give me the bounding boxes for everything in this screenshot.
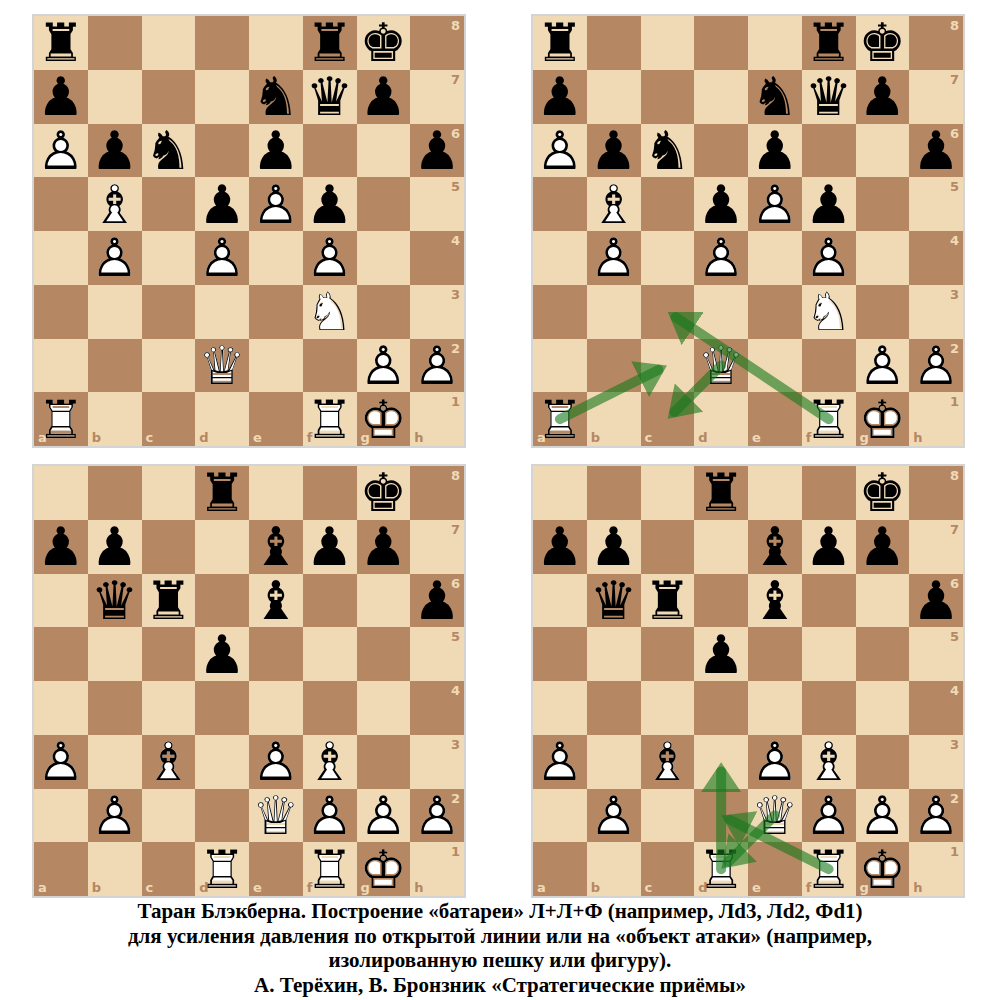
black-king-piece: ♚ (856, 466, 910, 520)
white-pawn-piece: ♟♙ (34, 124, 88, 178)
square-b5: ♝♗ (587, 177, 641, 231)
square-b7 (88, 70, 142, 124)
square-a3: ♟♙ (34, 735, 88, 789)
square-f4 (802, 681, 856, 735)
square-f7: ♟ (303, 520, 357, 574)
black-pawn-piece: ♟ (195, 177, 249, 231)
piece-glyph: ♝ (751, 520, 799, 573)
square-g2: ♟♙ (357, 789, 411, 843)
square-g2: ♟♙ (856, 339, 910, 393)
square-c7 (142, 520, 196, 574)
white-bishop-piece: ♝♗ (303, 735, 357, 789)
piece-glyph: ♟ (805, 178, 853, 231)
black-rook-piece: ♜ (694, 466, 748, 520)
black-pawn-piece: ♟ (303, 520, 357, 574)
piece-outline: ♘ (306, 285, 354, 338)
black-bishop-piece: ♝ (249, 520, 303, 574)
square-b8 (587, 16, 641, 70)
black-pawn-piece: ♟ (856, 520, 910, 574)
white-rook-piece: ♜♖ (195, 842, 249, 896)
piece-glyph: ♟ (91, 124, 139, 177)
piece-outline: ♕ (198, 339, 246, 392)
piece-outline: ♕ (697, 339, 745, 392)
square-g7: ♟ (856, 520, 910, 574)
piece-outline: ♗ (91, 178, 139, 231)
square-d7 (694, 70, 748, 124)
square-b4: ♟♙ (88, 231, 142, 285)
piece-glyph: ♝ (751, 574, 799, 627)
caption-line-1: Таран Блэкберна. Построение «батареи» Л+… (0, 899, 1000, 924)
piece-glyph: ♟ (859, 520, 907, 573)
square-f7: ♛ (802, 70, 856, 124)
square-a7: ♟ (34, 70, 88, 124)
square-c8 (641, 466, 695, 520)
black-pawn-piece: ♟ (88, 124, 142, 178)
square-h5: 5 (410, 627, 464, 681)
square-g4 (357, 681, 411, 735)
rank-label-4: 4 (451, 234, 460, 247)
black-bishop-piece: ♝ (249, 574, 303, 628)
square-e7: ♝ (249, 520, 303, 574)
black-pawn-piece: ♟ (694, 627, 748, 681)
square-a2 (34, 339, 88, 393)
piece-glyph: ♞ (751, 70, 799, 123)
piece-glyph: ♟ (252, 124, 300, 177)
square-h5: 5 (410, 177, 464, 231)
black-pawn-piece: ♟ (587, 124, 641, 178)
black-knight-piece: ♞ (142, 124, 196, 178)
white-pawn-piece: ♟♙ (249, 735, 303, 789)
white-queen-piece: ♛♕ (748, 789, 802, 843)
chessboard-top-left: ♜♜♚8♟♞♛♟7♟♙♟♞♟♟6♝♗♟♟♙♟5♟♙♟♙♟♙4♞♘3♛♕♟♙♟♙2… (34, 16, 464, 446)
black-pawn-piece: ♟ (357, 70, 411, 124)
square-h7: 7 (410, 520, 464, 574)
square-b8 (88, 466, 142, 520)
black-pawn-piece: ♟ (249, 124, 303, 178)
piece-glyph: ♟ (751, 124, 799, 177)
square-h1: h1 (410, 392, 464, 446)
white-rook-piece: ♜♖ (303, 392, 357, 446)
square-c6: ♜ (641, 574, 695, 628)
file-label-e: e (752, 431, 761, 444)
black-queen-piece: ♛ (88, 574, 142, 628)
square-b3 (587, 285, 641, 339)
square-f5 (802, 627, 856, 681)
file-label-c: c (645, 431, 653, 444)
square-e4 (748, 681, 802, 735)
piece-glyph: ♛ (590, 574, 638, 627)
black-rook-piece: ♜ (802, 16, 856, 70)
white-pawn-piece: ♟♙ (802, 789, 856, 843)
square-h3: 3 (909, 735, 963, 789)
square-e6: ♟ (249, 124, 303, 178)
square-d7 (195, 520, 249, 574)
square-d3 (195, 285, 249, 339)
square-d4 (694, 681, 748, 735)
square-a5 (533, 627, 587, 681)
piece-glyph: ♟ (859, 70, 907, 123)
white-pawn-piece: ♟♙ (748, 735, 802, 789)
square-b3 (88, 285, 142, 339)
white-pawn-piece: ♟♙ (856, 789, 910, 843)
square-h4: 4 (410, 681, 464, 735)
square-g8: ♚ (357, 466, 411, 520)
piece-glyph: ♛ (91, 574, 139, 627)
file-label-h: h (913, 431, 922, 444)
file-label-a: a (38, 881, 47, 894)
square-g3 (856, 735, 910, 789)
square-e6: ♝ (249, 574, 303, 628)
square-d1: ♜♖d (195, 842, 249, 896)
black-rook-piece: ♜ (195, 466, 249, 520)
square-f5: ♟ (303, 177, 357, 231)
square-a7: ♟ (34, 520, 88, 574)
square-f5: ♟ (802, 177, 856, 231)
square-h5: 5 (909, 627, 963, 681)
white-pawn-piece: ♟♙ (587, 231, 641, 285)
square-h7: 7 (909, 70, 963, 124)
piece-outline: ♙ (751, 735, 799, 788)
piece-glyph: ♟ (697, 178, 745, 231)
square-a4 (34, 681, 88, 735)
file-label-c: c (146, 881, 154, 894)
chessboard-bottom-left: ♜♚8♟♟♝♟♟7♛♜♝♟6♟54♟♙♝♗♟♙♝♗3♟♙♛♕♟♙♟♙♟♙2abc… (34, 466, 464, 896)
square-d8: ♜ (195, 466, 249, 520)
square-b2: ♟♙ (88, 789, 142, 843)
square-g1: ♚♔g (856, 842, 910, 896)
white-pawn-piece: ♟♙ (909, 789, 963, 843)
square-e6: ♟ (748, 124, 802, 178)
piece-glyph: ♟ (198, 628, 246, 681)
piece-outline: ♙ (252, 735, 300, 788)
piece-outline: ♖ (37, 393, 85, 446)
square-c5 (641, 177, 695, 231)
file-label-e: e (253, 881, 262, 894)
white-knight-piece: ♞♘ (303, 285, 357, 339)
square-g4 (357, 231, 411, 285)
square-a2 (533, 789, 587, 843)
piece-glyph: ♝ (252, 520, 300, 573)
square-h8: 8 (909, 16, 963, 70)
rank-label-5: 5 (451, 630, 460, 643)
black-king-piece: ♚ (357, 16, 411, 70)
square-a4 (533, 231, 587, 285)
white-pawn-piece: ♟♙ (88, 231, 142, 285)
rank-label-3: 3 (950, 288, 959, 301)
square-b2 (587, 339, 641, 393)
square-b5 (88, 627, 142, 681)
white-king-piece: ♚♔ (856, 392, 910, 446)
square-h1: h1 (410, 842, 464, 896)
square-c4 (142, 681, 196, 735)
black-pawn-piece: ♟ (410, 574, 464, 628)
piece-outline: ♙ (360, 339, 408, 392)
square-e8 (748, 466, 802, 520)
white-pawn-piece: ♟♙ (357, 789, 411, 843)
file-label-d: d (199, 431, 208, 444)
piece-outline: ♕ (252, 789, 300, 842)
black-pawn-piece: ♟ (748, 124, 802, 178)
square-d7 (694, 520, 748, 574)
rank-label-4: 4 (950, 684, 959, 697)
square-a8: ♜ (533, 16, 587, 70)
file-label-b: b (92, 881, 101, 894)
square-g6 (357, 574, 411, 628)
piece-glyph: ♝ (252, 574, 300, 627)
rank-label-7: 7 (950, 523, 959, 536)
black-rook-piece: ♜ (142, 574, 196, 628)
square-g6 (856, 574, 910, 628)
piece-outline: ♙ (590, 789, 638, 842)
square-c8 (142, 16, 196, 70)
square-a5 (34, 177, 88, 231)
square-c3: ♝♗ (641, 735, 695, 789)
black-pawn-piece: ♟ (34, 70, 88, 124)
black-rook-piece: ♜ (641, 574, 695, 628)
piece-outline: ♙ (805, 789, 853, 842)
square-h6: ♟6 (410, 574, 464, 628)
rank-label-7: 7 (950, 73, 959, 86)
caption-line-3: изолированную пешку или фигуру). (0, 948, 1000, 973)
piece-glyph: ♟ (306, 178, 354, 231)
square-g3 (357, 735, 411, 789)
white-pawn-piece: ♟♙ (249, 177, 303, 231)
white-bishop-piece: ♝♗ (802, 735, 856, 789)
rank-label-5: 5 (950, 180, 959, 193)
square-h2: ♟♙2 (909, 789, 963, 843)
square-h5: 5 (909, 177, 963, 231)
square-c7 (641, 520, 695, 574)
square-c1: c (142, 842, 196, 896)
square-b6: ♟ (587, 124, 641, 178)
square-h4: 4 (909, 231, 963, 285)
square-e4 (249, 681, 303, 735)
white-rook-piece: ♜♖ (533, 392, 587, 446)
square-g5 (357, 177, 411, 231)
piece-outline: ♙ (306, 231, 354, 284)
white-king-piece: ♚♔ (856, 842, 910, 896)
rank-label-8: 8 (451, 469, 460, 482)
square-c5 (142, 177, 196, 231)
square-c5 (641, 627, 695, 681)
square-h7: 7 (909, 520, 963, 574)
square-e1: e (748, 392, 802, 446)
square-a3: ♟♙ (533, 735, 587, 789)
square-d3 (694, 285, 748, 339)
square-c4 (142, 231, 196, 285)
piece-glyph: ♜ (644, 574, 692, 627)
black-pawn-piece: ♟ (909, 124, 963, 178)
square-d4 (195, 681, 249, 735)
square-c3: ♝♗ (142, 735, 196, 789)
white-queen-piece: ♛♕ (195, 339, 249, 393)
square-e2 (748, 339, 802, 393)
square-f8: ♜ (802, 16, 856, 70)
piece-glyph: ♟ (413, 124, 461, 177)
square-d7 (195, 70, 249, 124)
white-queen-piece: ♛♕ (249, 789, 303, 843)
square-d8 (195, 16, 249, 70)
white-pawn-piece: ♟♙ (303, 231, 357, 285)
rank-label-8: 8 (950, 19, 959, 32)
square-d6 (694, 574, 748, 628)
square-a6 (533, 574, 587, 628)
square-b1: b (587, 842, 641, 896)
square-g5 (357, 627, 411, 681)
square-b1: b (88, 842, 142, 896)
piece-glyph: ♟ (590, 520, 638, 573)
piece-glyph: ♟ (198, 178, 246, 231)
piece-outline: ♙ (536, 735, 584, 788)
square-f5 (303, 627, 357, 681)
black-pawn-piece: ♟ (587, 520, 641, 574)
piece-outline: ♗ (805, 735, 853, 788)
file-label-d: d (698, 431, 707, 444)
piece-outline: ♘ (805, 285, 853, 338)
black-pawn-piece: ♟ (533, 520, 587, 574)
square-g1: ♚♔g (357, 392, 411, 446)
square-c6: ♜ (142, 574, 196, 628)
file-label-e: e (253, 431, 262, 444)
piece-outline: ♙ (912, 339, 960, 392)
square-h3: 3 (410, 735, 464, 789)
rank-label-4: 4 (950, 234, 959, 247)
square-f1: ♜♖f (802, 392, 856, 446)
square-h8: 8 (909, 466, 963, 520)
square-e4 (748, 231, 802, 285)
square-e7: ♞ (249, 70, 303, 124)
square-f8 (303, 466, 357, 520)
square-h6: ♟6 (410, 124, 464, 178)
piece-glyph: ♜ (536, 16, 584, 69)
rank-label-8: 8 (451, 19, 460, 32)
piece-glyph: ♜ (37, 16, 85, 69)
black-pawn-piece: ♟ (34, 520, 88, 574)
square-c2 (142, 339, 196, 393)
square-e3 (249, 285, 303, 339)
square-d1: d (195, 392, 249, 446)
white-pawn-piece: ♟♙ (748, 177, 802, 231)
white-pawn-piece: ♟♙ (694, 231, 748, 285)
square-b4 (587, 681, 641, 735)
piece-glyph: ♟ (360, 70, 408, 123)
piece-glyph: ♜ (198, 466, 246, 519)
file-label-h: h (414, 881, 423, 894)
piece-outline: ♖ (306, 843, 354, 896)
rank-label-4: 4 (451, 684, 460, 697)
square-e4 (249, 231, 303, 285)
piece-outline: ♙ (91, 789, 139, 842)
piece-glyph: ♜ (805, 16, 853, 69)
square-f7: ♛ (303, 70, 357, 124)
square-a1: ♜♖a (533, 392, 587, 446)
rank-label-7: 7 (451, 73, 460, 86)
square-e2: ♛♕ (249, 789, 303, 843)
rank-label-5: 5 (451, 180, 460, 193)
square-b6: ♛ (88, 574, 142, 628)
square-e8 (249, 16, 303, 70)
white-bishop-piece: ♝♗ (142, 735, 196, 789)
piece-glyph: ♛ (306, 70, 354, 123)
black-pawn-piece: ♟ (533, 70, 587, 124)
square-g3 (856, 285, 910, 339)
square-b8 (88, 16, 142, 70)
rank-label-3: 3 (451, 288, 460, 301)
square-d6 (195, 124, 249, 178)
square-a1: ♜♖a (34, 392, 88, 446)
white-pawn-piece: ♟♙ (410, 339, 464, 393)
square-h2: ♟♙2 (909, 339, 963, 393)
square-a5 (34, 627, 88, 681)
square-h3: 3 (909, 285, 963, 339)
piece-outline: ♙ (536, 124, 584, 177)
square-e8 (249, 466, 303, 520)
square-f4: ♟♙ (802, 231, 856, 285)
square-d2 (694, 789, 748, 843)
square-g6 (856, 124, 910, 178)
square-c1: c (641, 392, 695, 446)
square-d2: ♛♕ (694, 339, 748, 393)
black-rook-piece: ♜ (34, 16, 88, 70)
square-e5: ♟♙ (249, 177, 303, 231)
square-e5 (748, 627, 802, 681)
square-b1: b (88, 392, 142, 446)
square-g4 (856, 681, 910, 735)
square-d6 (694, 124, 748, 178)
square-a7: ♟ (533, 70, 587, 124)
square-g1: ♚♔g (856, 392, 910, 446)
square-a1: a (34, 842, 88, 896)
square-h8: 8 (410, 466, 464, 520)
square-d3 (195, 735, 249, 789)
square-a3 (34, 285, 88, 339)
square-a7: ♟ (533, 520, 587, 574)
piece-outline: ♙ (859, 339, 907, 392)
rank-label-8: 8 (950, 469, 959, 482)
square-f2: ♟♙ (802, 789, 856, 843)
piece-outline: ♔ (859, 393, 907, 446)
square-d5: ♟ (694, 627, 748, 681)
square-b7 (587, 70, 641, 124)
square-c2 (142, 789, 196, 843)
white-rook-piece: ♜♖ (802, 842, 856, 896)
square-b1: b (587, 392, 641, 446)
piece-outline: ♙ (859, 789, 907, 842)
square-f1: ♜♖f (303, 392, 357, 446)
rank-label-3: 3 (451, 738, 460, 751)
square-c4 (641, 681, 695, 735)
file-label-a: a (537, 881, 546, 894)
black-knight-piece: ♞ (641, 124, 695, 178)
square-d1: d (694, 392, 748, 446)
square-h2: ♟♙2 (410, 339, 464, 393)
square-e7: ♞ (748, 70, 802, 124)
square-c5 (142, 627, 196, 681)
square-a3 (533, 285, 587, 339)
square-e2: ♛♕ (748, 789, 802, 843)
white-pawn-piece: ♟♙ (303, 789, 357, 843)
square-f3: ♝♗ (802, 735, 856, 789)
file-label-b: b (92, 431, 101, 444)
piece-glyph: ♟ (37, 520, 85, 573)
piece-outline: ♖ (805, 843, 853, 896)
square-c3 (641, 285, 695, 339)
piece-outline: ♙ (697, 231, 745, 284)
square-g2: ♟♙ (357, 339, 411, 393)
figure-diagram: ♜♜♚8♟♞♛♟7♟♙♟♞♟♟6♝♗♟♟♙♟5♟♙♟♙♟♙4♞♘3♛♕♟♙♟♙2… (0, 0, 1000, 1000)
square-b7: ♟ (88, 520, 142, 574)
square-c1: c (142, 392, 196, 446)
